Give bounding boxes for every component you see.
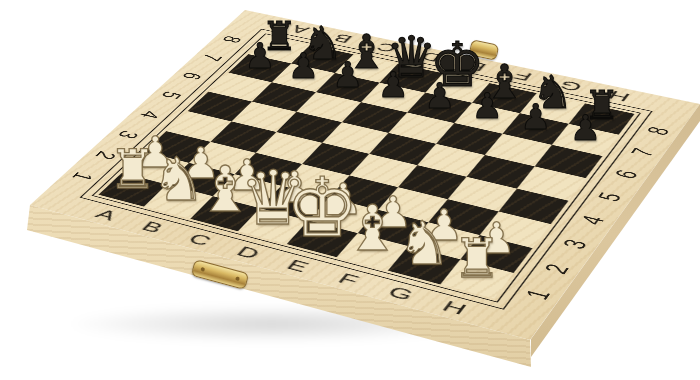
chess-set-photo: AA88BB77CC66DD55EE44FF33GG22HH11 ♜♞♝♛♚♝♞… bbox=[0, 0, 700, 380]
pieces-layer: ♜♞♝♛♚♝♞♜♟♟♟♟♟♟♟♟♟♟♟♟♟♟♟♟♜♞♝♛♚♝♞♜ bbox=[0, 0, 700, 380]
piece-black-pawn-h7[interactable]: ♟ bbox=[570, 110, 601, 145]
piece-black-pawn-d7[interactable]: ♟ bbox=[377, 68, 408, 103]
piece-black-pawn-g7[interactable]: ♟ bbox=[520, 99, 551, 134]
piece-black-pawn-b7[interactable]: ♟ bbox=[288, 48, 319, 83]
piece-white-rook-a1[interactable]: ♜ bbox=[108, 143, 156, 197]
piece-white-rook-h1[interactable]: ♜ bbox=[453, 232, 501, 286]
piece-black-pawn-f7[interactable]: ♟ bbox=[471, 89, 502, 124]
piece-white-bishop-f1[interactable]: ♝ bbox=[344, 197, 400, 260]
piece-black-pawn-e7[interactable]: ♟ bbox=[424, 78, 455, 113]
piece-black-pawn-a7[interactable]: ♟ bbox=[244, 39, 275, 74]
piece-black-pawn-c7[interactable]: ♟ bbox=[332, 58, 363, 93]
piece-white-knight-g1[interactable]: ♞ bbox=[397, 213, 451, 273]
